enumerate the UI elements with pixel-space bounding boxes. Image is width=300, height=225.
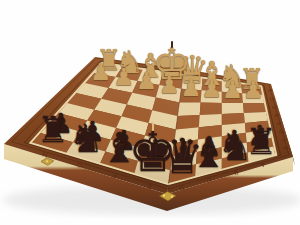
chess-set-photo: HGFEDCBA12345678 ♜♞♝♛♚♝♞♜♟♟♟♟♟♟♟♟♟♟♟♟♟♟♟… xyxy=(0,0,300,225)
chess-board: HGFEDCBA12345678 xyxy=(0,0,300,225)
